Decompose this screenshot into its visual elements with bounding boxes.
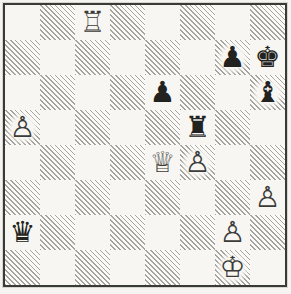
white-pawn-a5: ♙ xyxy=(5,110,40,145)
square-f4[interactable]: ♙ xyxy=(180,145,215,180)
board-frame: ♖♟♚♟♝♙♜♕♙♙♛♙♔ xyxy=(3,3,287,287)
square-b5[interactable] xyxy=(40,110,75,145)
square-a2[interactable]: ♛ xyxy=(5,215,40,250)
square-g6[interactable] xyxy=(215,75,250,110)
square-g7[interactable]: ♟ xyxy=(215,40,250,75)
white-pawn-g2: ♙ xyxy=(215,215,250,250)
square-f6[interactable] xyxy=(180,75,215,110)
square-b4[interactable] xyxy=(40,145,75,180)
square-f3[interactable] xyxy=(180,180,215,215)
square-c3[interactable] xyxy=(75,180,110,215)
square-h2[interactable] xyxy=(250,215,285,250)
square-f8[interactable] xyxy=(180,5,215,40)
white-pawn-h3: ♙ xyxy=(250,180,285,215)
square-b8[interactable] xyxy=(40,5,75,40)
square-c5[interactable] xyxy=(75,110,110,145)
square-b6[interactable] xyxy=(40,75,75,110)
square-c8[interactable]: ♖ xyxy=(75,5,110,40)
square-e4[interactable]: ♕ xyxy=(145,145,180,180)
square-e2[interactable] xyxy=(145,215,180,250)
square-h5[interactable] xyxy=(250,110,285,145)
square-e8[interactable] xyxy=(145,5,180,40)
square-a6[interactable] xyxy=(5,75,40,110)
black-pawn-e6: ♟ xyxy=(145,75,180,110)
square-h7[interactable]: ♚ xyxy=(250,40,285,75)
square-f1[interactable] xyxy=(180,250,215,285)
square-d5[interactable] xyxy=(110,110,145,145)
square-e3[interactable] xyxy=(145,180,180,215)
square-a3[interactable] xyxy=(5,180,40,215)
square-g1[interactable]: ♔ xyxy=(215,250,250,285)
square-d2[interactable] xyxy=(110,215,145,250)
square-a7[interactable] xyxy=(5,40,40,75)
square-f5[interactable]: ♜ xyxy=(180,110,215,145)
square-b3[interactable] xyxy=(40,180,75,215)
square-g3[interactable] xyxy=(215,180,250,215)
white-king-g1: ♔ xyxy=(215,250,250,285)
white-pawn-f4: ♙ xyxy=(180,145,215,180)
square-c7[interactable] xyxy=(75,40,110,75)
square-h6[interactable]: ♝ xyxy=(250,75,285,110)
square-c1[interactable] xyxy=(75,250,110,285)
square-h3[interactable]: ♙ xyxy=(250,180,285,215)
square-b1[interactable] xyxy=(40,250,75,285)
black-queen-a2: ♛ xyxy=(5,215,40,250)
square-g4[interactable] xyxy=(215,145,250,180)
square-f2[interactable] xyxy=(180,215,215,250)
square-g8[interactable] xyxy=(215,5,250,40)
square-c2[interactable] xyxy=(75,215,110,250)
square-g2[interactable]: ♙ xyxy=(215,215,250,250)
square-e7[interactable] xyxy=(145,40,180,75)
chess-diagram: ♖♟♚♟♝♙♜♕♙♙♛♙♔ xyxy=(0,0,291,294)
chess-board: ♖♟♚♟♝♙♜♕♙♙♛♙♔ xyxy=(5,5,285,285)
square-a1[interactable] xyxy=(5,250,40,285)
black-bishop-h6: ♝ xyxy=(250,75,285,110)
square-g5[interactable] xyxy=(215,110,250,145)
square-e6[interactable]: ♟ xyxy=(145,75,180,110)
square-h4[interactable] xyxy=(250,145,285,180)
square-d1[interactable] xyxy=(110,250,145,285)
square-c6[interactable] xyxy=(75,75,110,110)
square-d8[interactable] xyxy=(110,5,145,40)
white-rook-c8: ♖ xyxy=(75,5,110,40)
black-rook-f5: ♜ xyxy=(180,110,215,145)
square-b7[interactable] xyxy=(40,40,75,75)
black-king-h7: ♚ xyxy=(250,40,285,75)
square-d7[interactable] xyxy=(110,40,145,75)
square-d6[interactable] xyxy=(110,75,145,110)
square-e5[interactable] xyxy=(145,110,180,145)
square-b2[interactable] xyxy=(40,215,75,250)
white-queen-e4: ♕ xyxy=(145,145,180,180)
square-f7[interactable] xyxy=(180,40,215,75)
black-pawn-g7: ♟ xyxy=(215,40,250,75)
square-a8[interactable] xyxy=(5,5,40,40)
square-a4[interactable] xyxy=(5,145,40,180)
square-c4[interactable] xyxy=(75,145,110,180)
square-e1[interactable] xyxy=(145,250,180,285)
square-d4[interactable] xyxy=(110,145,145,180)
square-h8[interactable] xyxy=(250,5,285,40)
square-d3[interactable] xyxy=(110,180,145,215)
square-a5[interactable]: ♙ xyxy=(5,110,40,145)
square-h1[interactable] xyxy=(250,250,285,285)
